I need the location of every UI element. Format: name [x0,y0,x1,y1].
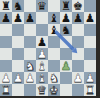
black-bishop: ♝ [48,24,60,36]
square-c7[interactable]: ♟ [24,12,36,24]
square-g1[interactable] [72,84,84,96]
square-h5[interactable] [84,36,96,48]
chess-board[interactable]: ♜♞♛♜♚♟♟♟♝♟♟♟♝♞♟♟♞♝♟♟♟♟♝♞♟♟♜♛♚♜ [0,0,96,96]
square-b7[interactable]: ♟ [12,12,24,24]
square-a4[interactable] [0,48,12,60]
square-g5[interactable] [72,36,84,48]
square-b1[interactable] [12,84,24,96]
square-e6[interactable]: ♝ [48,24,60,36]
square-h6[interactable] [84,24,96,36]
black-pawn: ♟ [12,12,24,24]
square-g6[interactable] [72,24,84,36]
square-d1[interactable]: ♛ [36,84,48,96]
square-b6[interactable] [12,24,24,36]
black-pawn: ♟ [24,12,36,24]
square-d7[interactable] [36,12,48,24]
square-f1[interactable] [60,84,72,96]
square-f2[interactable] [60,72,72,84]
square-a5[interactable] [0,36,12,48]
white-pawn: ♟ [12,72,24,84]
square-a1[interactable]: ♜ [0,84,12,96]
square-g4[interactable] [72,48,84,60]
square-a7[interactable]: ♟ [0,12,12,24]
square-h1[interactable]: ♜ [84,84,96,96]
square-h7[interactable]: ♟ [84,12,96,24]
square-d8[interactable]: ♛ [36,0,48,12]
white-rook: ♜ [0,84,12,96]
black-pawn: ♟ [84,12,96,24]
square-b2[interactable]: ♟ [12,72,24,84]
square-f5[interactable] [60,36,72,48]
black-knight: ♞ [60,24,72,36]
white-pawn: ♟ [24,72,36,84]
square-c1[interactable] [24,84,36,96]
black-pawn: ♟ [0,12,12,24]
white-rook: ♜ [84,84,96,96]
square-e4[interactable] [48,48,60,60]
square-c5[interactable] [24,36,36,48]
square-g7[interactable]: ♟ [72,12,84,24]
black-pawn: ♟ [72,12,84,24]
white-pawn: ♟ [72,72,84,84]
white-king: ♚ [48,84,60,96]
square-e1[interactable]: ♚ [48,84,60,96]
square-h4[interactable] [84,48,96,60]
black-queen: ♛ [36,0,48,12]
white-queen: ♛ [36,84,48,96]
white-pawn-highlighted: ♟ [60,60,72,72]
square-b5[interactable] [12,36,24,48]
square-c6[interactable] [24,24,36,36]
square-a6[interactable] [0,24,12,36]
square-f3[interactable]: ♟ [60,60,72,72]
square-c2[interactable]: ♟ [24,72,36,84]
square-b4[interactable] [12,48,24,60]
square-e5[interactable] [48,36,60,48]
square-f6[interactable]: ♞ [60,24,72,36]
square-g2[interactable]: ♟ [72,72,84,84]
